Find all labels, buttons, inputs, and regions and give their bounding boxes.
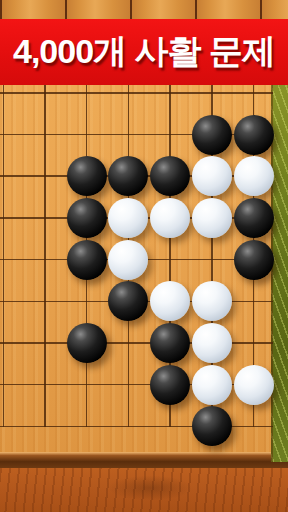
- white-stone: [192, 365, 232, 405]
- black-stone: [234, 240, 274, 280]
- grid-line-h: [0, 342, 273, 344]
- white-stone: [108, 198, 148, 238]
- grid-line-h: [0, 134, 273, 136]
- black-stone: [150, 156, 190, 196]
- white-stone: [192, 323, 232, 363]
- black-stone: [67, 240, 107, 280]
- black-stone: [108, 281, 148, 321]
- bottom-toolbar: x82 x0 x0: [0, 468, 288, 512]
- leaf-decoration: [271, 85, 288, 462]
- banner-text: 4,000개 사활 문제: [13, 29, 275, 75]
- grid-line-h: [0, 426, 273, 428]
- black-stone: [67, 323, 107, 363]
- black-stone: [192, 406, 232, 446]
- white-stone: [150, 198, 190, 238]
- white-stone: [192, 198, 232, 238]
- grid-line-h: [0, 92, 273, 94]
- grid-line-v: [3, 85, 5, 427]
- black-stone: [234, 198, 274, 238]
- white-stone: [234, 365, 274, 405]
- grid-line-v: [44, 85, 46, 427]
- white-stone: [192, 156, 232, 196]
- black-stone: [150, 365, 190, 405]
- board-front-edge: [0, 452, 288, 468]
- black-stone: [67, 156, 107, 196]
- white-stone: [150, 281, 190, 321]
- black-stone: [150, 323, 190, 363]
- table-top-strip: [0, 0, 288, 19]
- black-stone: [67, 198, 107, 238]
- black-stone: [234, 115, 274, 155]
- app-screen: 4,000개 사활 문제 x82: [0, 0, 288, 512]
- white-stone: [234, 156, 274, 196]
- grid-line-h: [0, 384, 273, 386]
- black-stone: [108, 156, 148, 196]
- white-stone: [192, 281, 232, 321]
- white-stone: [108, 240, 148, 280]
- promo-banner[interactable]: 4,000개 사활 문제: [0, 19, 288, 85]
- black-stone: [192, 115, 232, 155]
- go-board[interactable]: [0, 85, 288, 468]
